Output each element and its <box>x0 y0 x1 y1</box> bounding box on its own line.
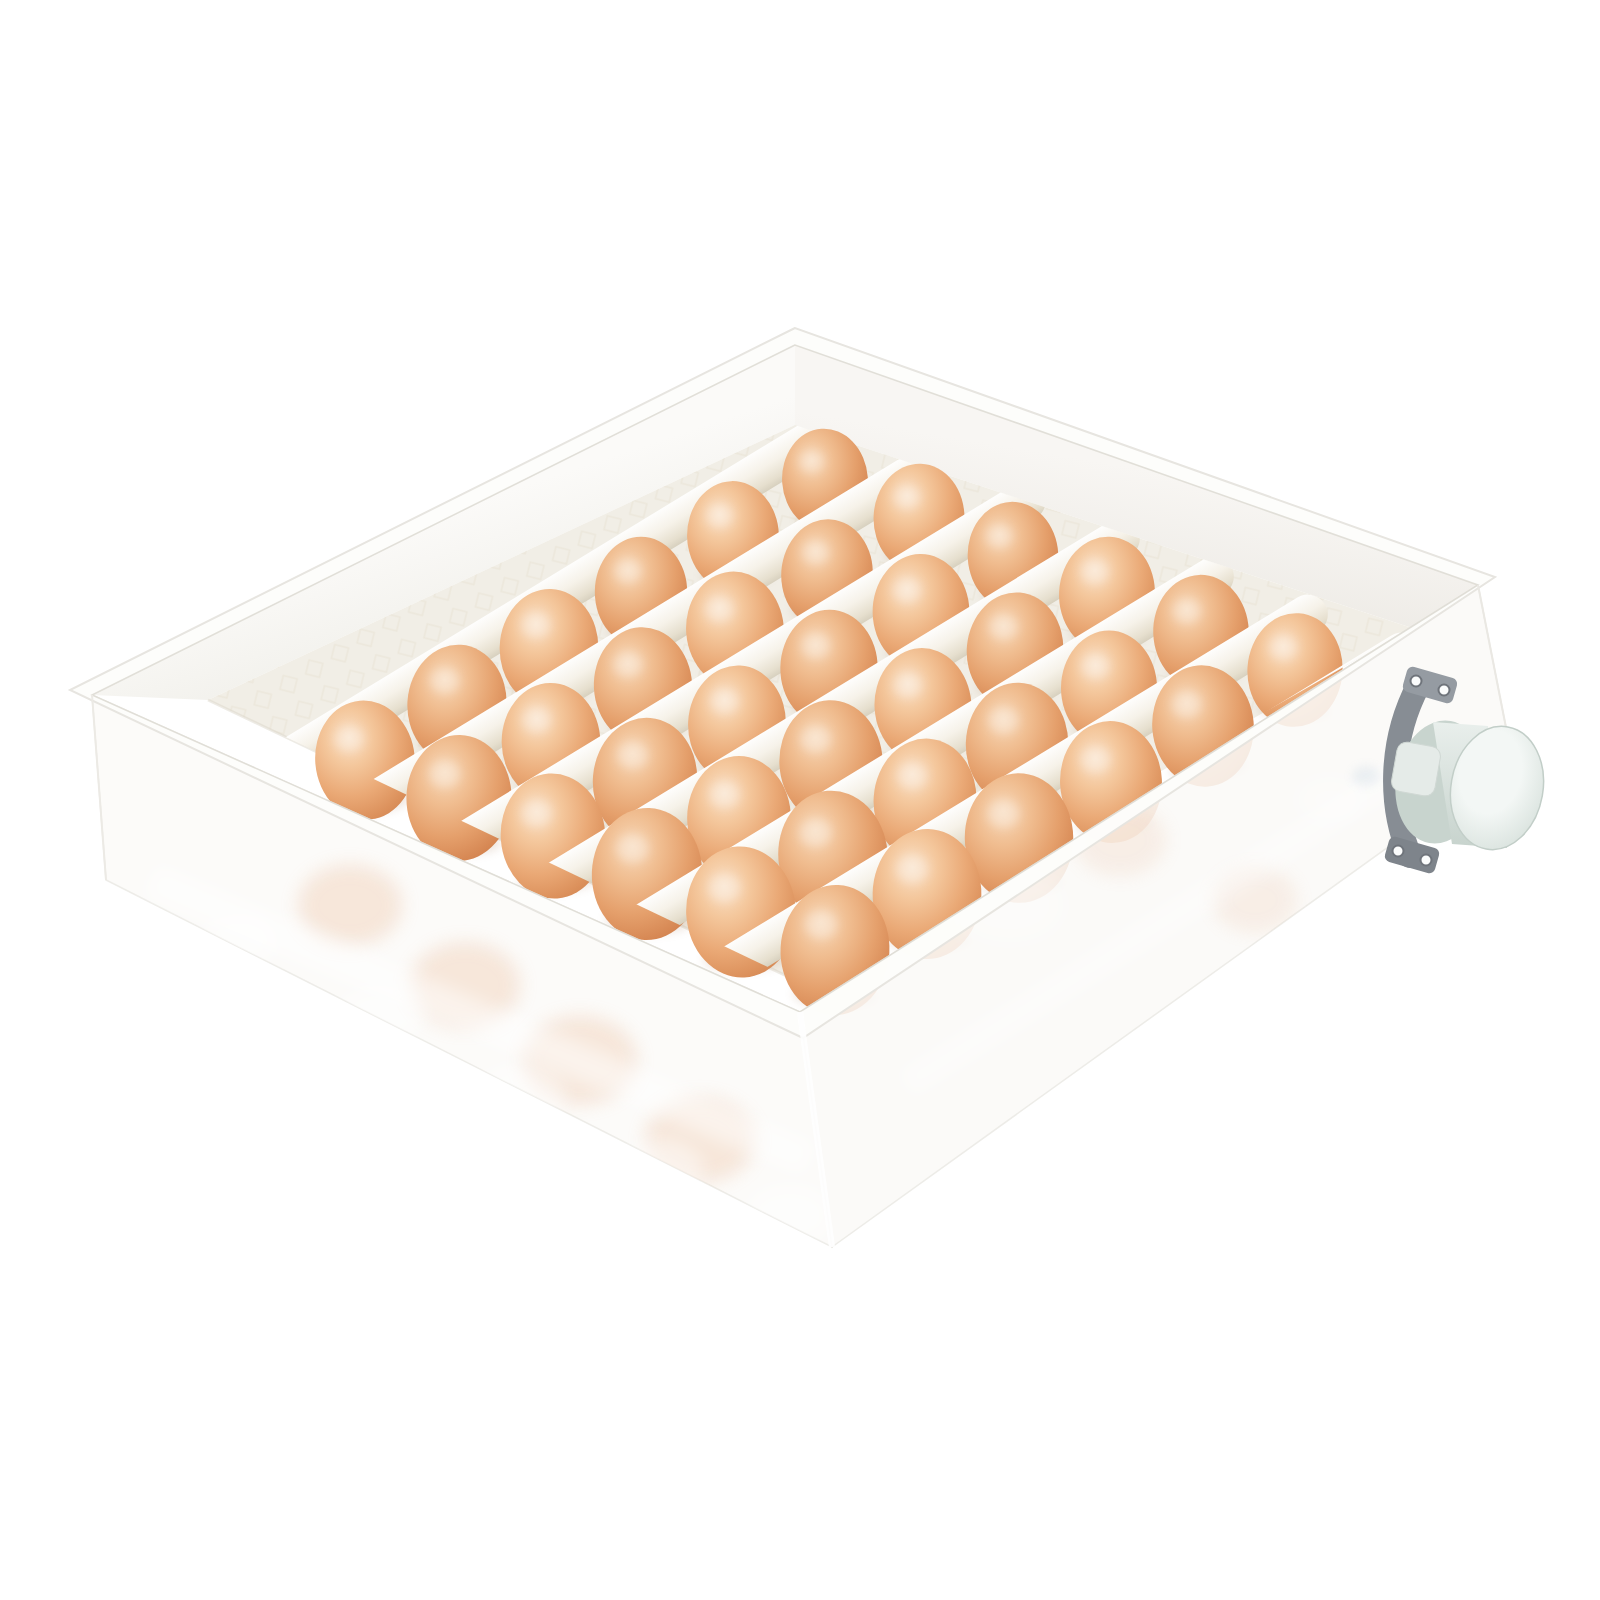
motor-mount-tab <box>1390 741 1442 798</box>
egg-highlight <box>709 781 740 808</box>
motor-screw-hole <box>1421 855 1432 866</box>
egg-incubator-tray-photo <box>0 0 1600 1600</box>
motor-screw-hole <box>1393 846 1404 857</box>
product-photo-canvas <box>0 0 1600 1600</box>
egg-highlight <box>1081 654 1110 679</box>
motor-screw-hole <box>1411 676 1422 687</box>
egg-highlight <box>614 559 642 583</box>
motor-screw-hole <box>1439 685 1450 696</box>
through-wall-print-smudge <box>1352 766 1380 786</box>
